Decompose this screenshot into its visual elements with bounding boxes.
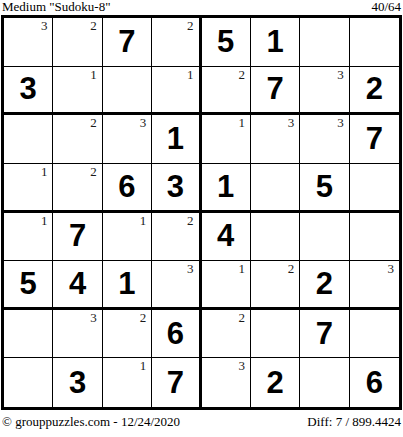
given-digit: 5	[300, 164, 348, 210]
cell-r1c1[interactable]: 3	[4, 18, 53, 67]
cell-r4c2[interactable]: 2	[53, 164, 102, 213]
cell-r7c7[interactable]: 7	[300, 310, 349, 359]
cell-r3c4[interactable]: 1	[152, 115, 201, 164]
cell-r4c7[interactable]: 5	[300, 164, 349, 213]
pencil-mark: 3	[90, 310, 97, 325]
pencil-mark: 1	[187, 67, 194, 82]
cell-r4c3[interactable]: 6	[103, 164, 152, 213]
cell-r1c3[interactable]: 7	[103, 18, 152, 67]
cell-r6c3[interactable]: 1	[103, 261, 152, 310]
cell-r1c4[interactable]: 2	[152, 18, 201, 67]
cell-r7c2[interactable]: 3	[53, 310, 102, 359]
cell-r4c1[interactable]: 1	[4, 164, 53, 213]
pencil-mark: 1	[41, 164, 48, 179]
cell-r4c8[interactable]	[350, 164, 399, 213]
given-digit: 6	[103, 164, 151, 210]
pencil-mark: 1	[140, 358, 147, 373]
cell-r5c3[interactable]: 1	[103, 213, 152, 262]
given-digit: 2	[350, 67, 399, 113]
cell-r7c3[interactable]: 2	[103, 310, 152, 359]
given-digit: 5	[4, 261, 52, 307]
given-digit: 4	[53, 261, 101, 307]
cell-r3c8[interactable]: 7	[350, 115, 399, 164]
cell-r6c6[interactable]: 2	[251, 261, 300, 310]
pencil-mark: 1	[41, 213, 48, 228]
pencil-mark: 2	[90, 115, 97, 130]
cell-r1c6[interactable]: 1	[251, 18, 300, 67]
pencil-mark: 2	[238, 310, 245, 325]
given-digit: 6	[350, 358, 399, 407]
cell-r2c8[interactable]: 2	[350, 67, 399, 116]
given-digit: 5	[202, 18, 250, 66]
given-digit: 4	[202, 213, 250, 261]
cell-r5c8[interactable]	[350, 213, 399, 262]
cell-r8c1[interactable]	[4, 358, 53, 407]
cell-r8c2[interactable]: 3	[53, 358, 102, 407]
footer: © grouppuzzles.com - 12/24/2020 Diff: 7 …	[2, 414, 401, 429]
cell-r3c7[interactable]: 3	[300, 115, 349, 164]
cell-r2c6[interactable]: 7	[251, 67, 300, 116]
pencil-mark: 1	[140, 213, 147, 228]
pencil-mark: 2	[90, 164, 97, 179]
pencil-mark: 3	[41, 18, 48, 33]
cell-r8c7[interactable]	[300, 358, 349, 407]
cell-r2c3[interactable]	[103, 67, 152, 116]
cell-r1c2[interactable]: 2	[53, 18, 102, 67]
cell-r3c1[interactable]	[4, 115, 53, 164]
cell-r1c5[interactable]: 5	[202, 18, 251, 67]
pencil-mark: 2	[140, 310, 147, 325]
cell-r6c5[interactable]: 1	[202, 261, 251, 310]
cell-r8c4[interactable]: 7	[152, 358, 201, 407]
pencil-mark: 1	[90, 67, 97, 82]
cell-r8c8[interactable]: 6	[350, 358, 399, 407]
cell-r1c8[interactable]	[350, 18, 399, 67]
pencil-mark: 3	[140, 115, 147, 130]
cell-r5c6[interactable]	[251, 213, 300, 262]
cell-r6c4[interactable]: 3	[152, 261, 201, 310]
given-digit: 7	[251, 67, 299, 113]
given-digit: 1	[251, 18, 299, 66]
given-digit: 7	[152, 358, 198, 407]
copyright-text: © grouppuzzles.com - 12/24/2020	[2, 414, 180, 429]
cell-r5c2[interactable]: 7	[53, 213, 102, 262]
cell-r2c4[interactable]: 1	[152, 67, 201, 116]
given-digit: 2	[300, 261, 348, 307]
cell-r7c8[interactable]	[350, 310, 399, 359]
cell-r8c6[interactable]: 2	[251, 358, 300, 407]
header: Medium "Sudoku-8" 40/64	[2, 0, 401, 15]
given-digit: 7	[103, 18, 151, 66]
given-digit: 3	[53, 358, 101, 407]
pencil-mark: 2	[187, 18, 194, 33]
pencil-mark: 2	[288, 261, 295, 276]
pencil-mark: 3	[187, 261, 194, 276]
given-digit: 7	[300, 310, 348, 358]
cell-r2c5[interactable]: 2	[202, 67, 251, 116]
cell-r8c5[interactable]: 3	[202, 358, 251, 407]
given-digit: 3	[4, 67, 52, 113]
pencil-mark: 3	[337, 115, 344, 130]
cell-r1c7[interactable]	[300, 18, 349, 67]
given-digit: 1	[103, 261, 151, 307]
cell-r2c1[interactable]: 3	[4, 67, 53, 116]
given-digit: 7	[53, 213, 101, 261]
cell-r7c5[interactable]: 2	[202, 310, 251, 359]
pencil-mark: 2	[238, 67, 245, 82]
pencil-mark: 3	[238, 358, 245, 373]
pencil-mark: 2	[187, 213, 194, 228]
cell-r4c4[interactable]: 3	[152, 164, 201, 213]
cell-r5c7[interactable]	[300, 213, 349, 262]
given-digit: 6	[152, 310, 198, 358]
given-digit: 2	[251, 358, 299, 407]
cell-r2c2[interactable]: 1	[53, 67, 102, 116]
cell-r2c7[interactable]: 3	[300, 67, 349, 116]
cell-r6c7[interactable]: 2	[300, 261, 349, 310]
cell-r6c8[interactable]: 3	[350, 261, 399, 310]
cell-r8c3[interactable]: 1	[103, 358, 152, 407]
cell-r6c2[interactable]: 4	[53, 261, 102, 310]
cell-r5c1[interactable]: 1	[4, 213, 53, 262]
given-digit: 7	[350, 115, 399, 163]
cell-r7c6[interactable]	[251, 310, 300, 359]
pencil-mark: 1	[238, 261, 245, 276]
cell-r4c5[interactable]: 1	[202, 164, 251, 213]
cell-r7c4[interactable]: 6	[152, 310, 201, 359]
cell-r5c5[interactable]: 4	[202, 213, 251, 262]
remaining-counter: 40/64	[371, 0, 401, 14]
cell-r3c2[interactable]: 2	[53, 115, 102, 164]
pencil-mark: 3	[288, 115, 295, 130]
sudoku-page: Medium "Sudoku-8" 40/64 3272513112732231…	[0, 0, 403, 437]
cell-r6c1[interactable]: 5	[4, 261, 53, 310]
given-digit: 3	[152, 164, 198, 210]
cell-r3c5[interactable]: 1	[202, 115, 251, 164]
puzzle-title: Medium "Sudoku-8"	[2, 0, 110, 14]
pencil-mark: 2	[90, 18, 97, 33]
pencil-mark: 3	[388, 261, 395, 276]
cell-r7c1[interactable]	[4, 310, 53, 359]
cell-r3c3[interactable]: 3	[103, 115, 152, 164]
pencil-mark: 3	[337, 67, 344, 82]
given-digit: 1	[152, 115, 198, 163]
difficulty-text: Diff: 7 / 899.4424	[307, 414, 401, 429]
cell-r5c4[interactable]: 2	[152, 213, 201, 262]
pencil-mark: 1	[238, 115, 245, 130]
cell-r4c6[interactable]	[251, 164, 300, 213]
cell-r3c6[interactable]: 3	[251, 115, 300, 164]
given-digit: 1	[202, 164, 250, 210]
sudoku-grid: 3272513112732231133712631517124541312233…	[1, 15, 402, 410]
